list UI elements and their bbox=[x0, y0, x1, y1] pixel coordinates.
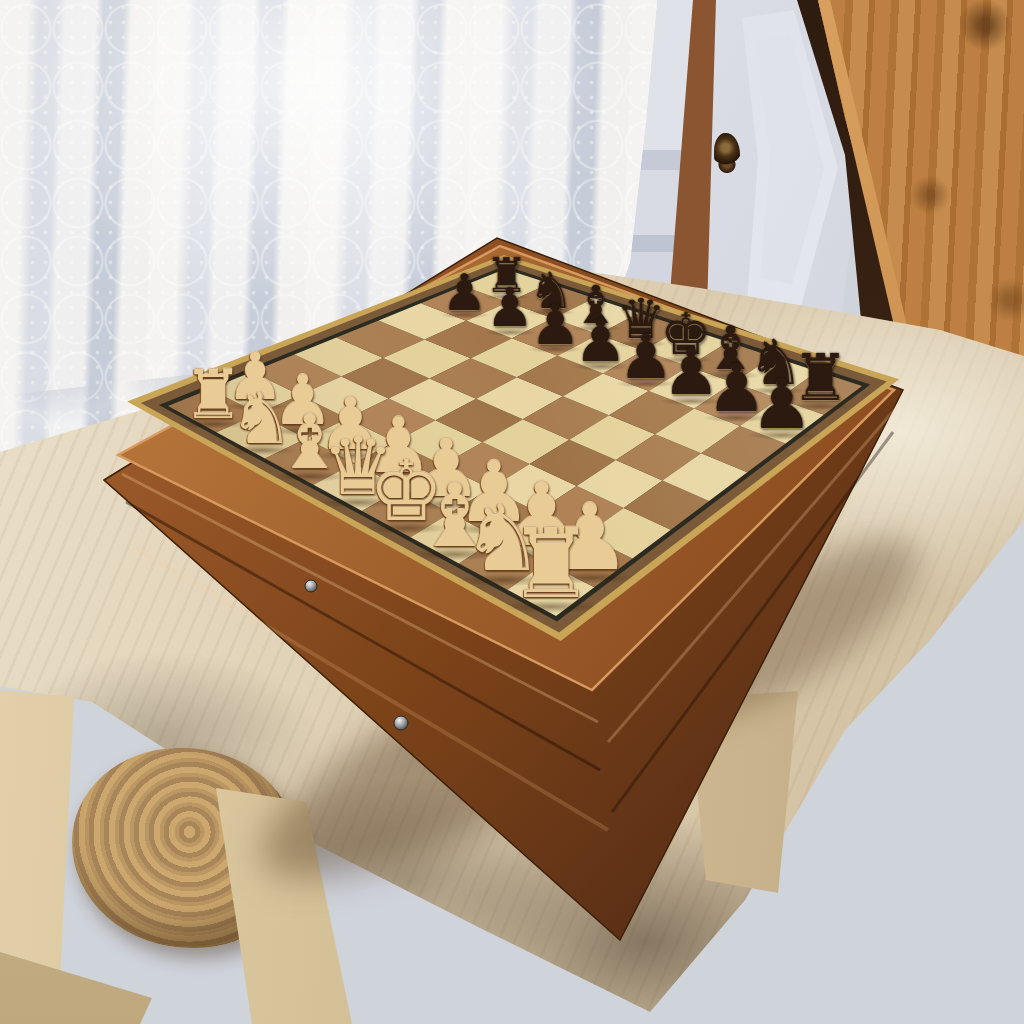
scene-photo: ♜♞♟♝♟♛♟♚♟♝♟♞♟♟♜♟♜♟♟♞♟♝♟♛♟♚♟♟♝♟♞♜ bbox=[0, 0, 1024, 1024]
piece-black-pawn-h7[interactable]: ♟ bbox=[751, 370, 813, 439]
piece-black-pawn-a7[interactable]: ♟ bbox=[442, 268, 487, 319]
piece-black-pawn-c7[interactable]: ♟ bbox=[530, 297, 580, 353]
piece-black-pawn-b7[interactable]: ♟ bbox=[486, 282, 534, 335]
piece-white-rook-h1[interactable]: ♜ bbox=[508, 516, 594, 612]
